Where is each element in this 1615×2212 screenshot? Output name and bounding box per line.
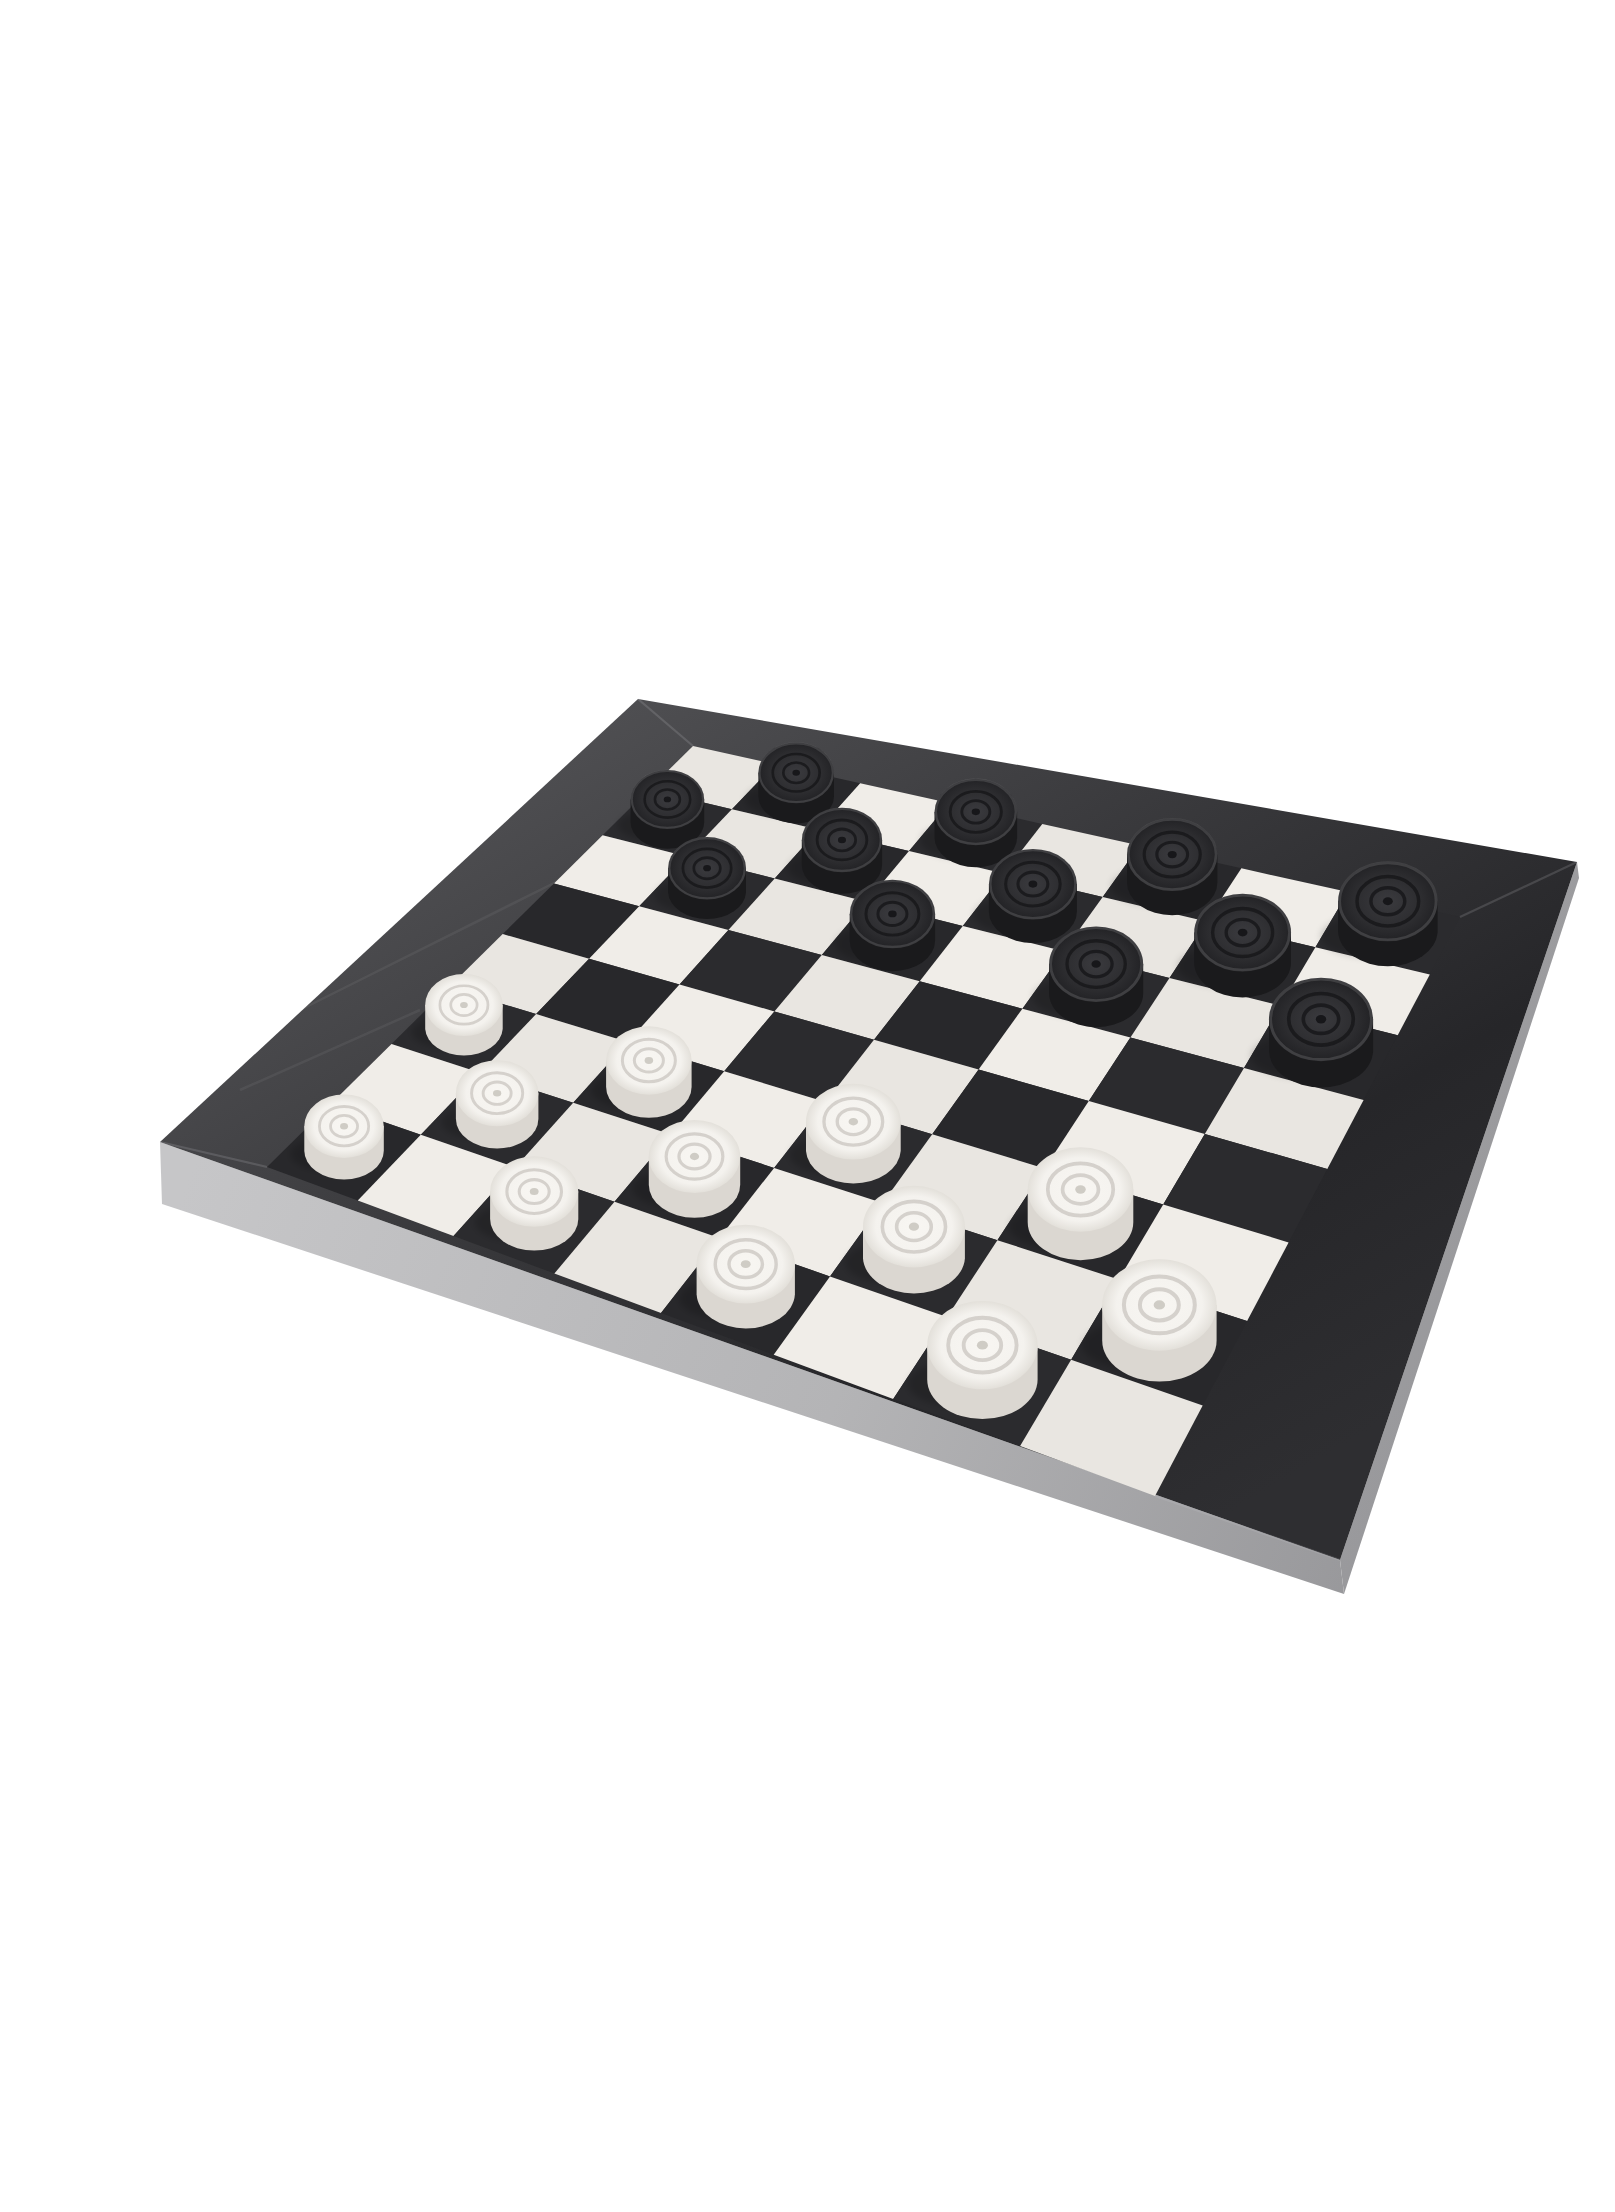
piece-center-dot [1091,960,1100,968]
piece-center-dot [972,809,980,816]
piece-center-dot [977,1341,988,1350]
piece-center-dot [1238,929,1248,937]
piece-center-dot [493,1090,501,1097]
piece-center-dot [690,1153,699,1160]
piece-center-dot [1029,881,1038,888]
checkers-board-scene [0,0,1615,2212]
piece-center-dot [460,1002,468,1008]
piece-center-dot [703,865,711,871]
piece-center-dot [838,837,846,843]
piece-center-dot [909,1223,919,1231]
product-photo [0,0,1615,2212]
piece-center-dot [1383,897,1393,905]
piece-center-dot [888,911,897,918]
piece-center-dot [849,1118,858,1126]
piece-center-dot [1075,1185,1086,1193]
piece-center-dot [1316,1015,1326,1023]
piece-center-dot [645,1057,654,1064]
piece-center-dot [664,796,671,802]
piece-center-dot [1168,851,1177,858]
piece-center-dot [340,1123,348,1129]
piece-center-dot [792,770,800,776]
piece-center-dot [530,1188,539,1195]
piece-center-dot [1154,1300,1165,1309]
piece-center-dot [741,1260,751,1268]
